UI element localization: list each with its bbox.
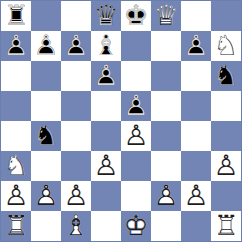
- white-pawn-glyph-outline: ♙: [1, 181, 31, 211]
- black-bishop-glyph-outline: ♗: [91, 31, 121, 61]
- square-a1[interactable]: ♜♖: [1, 211, 31, 241]
- white-pawn[interactable]: ♟♙: [61, 181, 91, 211]
- white-pawn[interactable]: ♟♙: [31, 181, 61, 211]
- white-knight[interactable]: ♞♘: [1, 151, 31, 181]
- square-g2[interactable]: ♟♙: [181, 181, 211, 211]
- square-d6[interactable]: ♟♙: [91, 61, 121, 91]
- black-pawn[interactable]: ♟♙: [1, 31, 31, 61]
- black-pawn-glyph-outline: ♙: [91, 61, 121, 91]
- square-c3[interactable]: [61, 151, 91, 181]
- square-a7[interactable]: ♟♙: [1, 31, 31, 61]
- square-c6[interactable]: [61, 61, 91, 91]
- black-king[interactable]: ♚♔: [121, 1, 151, 31]
- square-d1[interactable]: [91, 211, 121, 241]
- black-queen[interactable]: ♛♕: [91, 1, 121, 31]
- white-pawn[interactable]: ♟♙: [1, 181, 31, 211]
- square-c1[interactable]: ♝♗: [61, 211, 91, 241]
- square-a4[interactable]: [1, 121, 31, 151]
- square-g1[interactable]: [181, 211, 211, 241]
- square-h7[interactable]: ♞♘: [211, 31, 241, 61]
- square-b8[interactable]: [31, 1, 61, 31]
- square-f7[interactable]: [151, 31, 181, 61]
- chess-board: ♜♖♛♕♚♔♛♕♟♙♟♙♟♙♝♗♟♙♞♘♟♙♞♘♟♙♞♘♟♙♞♘♟♙♟♙♟♙♟♙…: [0, 0, 242, 242]
- square-e4[interactable]: ♟♙: [121, 121, 151, 151]
- black-queen-glyph-outline: ♕: [91, 1, 121, 31]
- square-e8[interactable]: ♚♔: [121, 1, 151, 31]
- square-h6[interactable]: ♞♘: [211, 61, 241, 91]
- white-knight-glyph-outline: ♘: [211, 31, 241, 61]
- white-pawn[interactable]: ♟♙: [181, 181, 211, 211]
- black-rook-glyph-outline: ♖: [1, 1, 31, 31]
- square-e2[interactable]: [121, 181, 151, 211]
- black-pawn[interactable]: ♟♙: [61, 31, 91, 61]
- square-h1[interactable]: ♜♖: [211, 211, 241, 241]
- square-b6[interactable]: [31, 61, 61, 91]
- black-rook[interactable]: ♜♖: [1, 1, 31, 31]
- square-d7[interactable]: ♝♗: [91, 31, 121, 61]
- square-e1[interactable]: ♚♔: [121, 211, 151, 241]
- square-h5[interactable]: [211, 91, 241, 121]
- square-d4[interactable]: [91, 121, 121, 151]
- white-bishop[interactable]: ♝♗: [61, 211, 91, 241]
- white-pawn-glyph-outline: ♙: [121, 121, 151, 151]
- square-e7[interactable]: [121, 31, 151, 61]
- square-d8[interactable]: ♛♕: [91, 1, 121, 31]
- black-bishop[interactable]: ♝♗: [91, 31, 121, 61]
- square-b5[interactable]: [31, 91, 61, 121]
- black-pawn[interactable]: ♟♙: [91, 61, 121, 91]
- square-f5[interactable]: [151, 91, 181, 121]
- white-rook-glyph-outline: ♖: [1, 211, 31, 241]
- square-h4[interactable]: [211, 121, 241, 151]
- square-a2[interactable]: ♟♙: [1, 181, 31, 211]
- square-g5[interactable]: [181, 91, 211, 121]
- square-b1[interactable]: [31, 211, 61, 241]
- white-king[interactable]: ♚♔: [121, 211, 151, 241]
- white-rook[interactable]: ♜♖: [211, 211, 241, 241]
- square-b4[interactable]: ♞♘: [31, 121, 61, 151]
- square-e3[interactable]: [121, 151, 151, 181]
- white-pawn-glyph-outline: ♙: [151, 181, 181, 211]
- black-pawn[interactable]: ♟♙: [181, 31, 211, 61]
- white-pawn-glyph-outline: ♙: [91, 151, 121, 181]
- square-h2[interactable]: [211, 181, 241, 211]
- square-b7[interactable]: ♟♙: [31, 31, 61, 61]
- black-pawn-glyph-outline: ♙: [1, 31, 31, 61]
- square-g4[interactable]: [181, 121, 211, 151]
- square-g7[interactable]: ♟♙: [181, 31, 211, 61]
- black-pawn-glyph-outline: ♙: [31, 31, 61, 61]
- white-queen[interactable]: ♛♕: [151, 1, 181, 31]
- square-e5[interactable]: ♟♙: [121, 91, 151, 121]
- black-knight-glyph-outline: ♘: [31, 121, 61, 151]
- square-c7[interactable]: ♟♙: [61, 31, 91, 61]
- black-pawn-glyph-outline: ♙: [181, 31, 211, 61]
- white-pawn-glyph-outline: ♙: [181, 181, 211, 211]
- white-pawn-glyph-outline: ♙: [31, 181, 61, 211]
- white-pawn-glyph-outline: ♙: [211, 151, 241, 181]
- square-e6[interactable]: [121, 61, 151, 91]
- square-d5[interactable]: [91, 91, 121, 121]
- square-b3[interactable]: [31, 151, 61, 181]
- white-rook-glyph-outline: ♖: [211, 211, 241, 241]
- square-h3[interactable]: ♟♙: [211, 151, 241, 181]
- black-knight-glyph-outline: ♘: [211, 61, 241, 91]
- white-pawn[interactable]: ♟♙: [151, 181, 181, 211]
- black-king-glyph-outline: ♔: [121, 1, 151, 31]
- white-bishop-glyph-outline: ♗: [61, 211, 91, 241]
- white-pawn-glyph-outline: ♙: [61, 181, 91, 211]
- white-knight-glyph-outline: ♘: [1, 151, 31, 181]
- square-h8[interactable]: [211, 1, 241, 31]
- square-a3[interactable]: ♞♘: [1, 151, 31, 181]
- square-d2[interactable]: [91, 181, 121, 211]
- square-g3[interactable]: [181, 151, 211, 181]
- square-f4[interactable]: [151, 121, 181, 151]
- black-pawn-glyph-outline: ♙: [61, 31, 91, 61]
- white-pawn[interactable]: ♟♙: [121, 121, 151, 151]
- black-pawn[interactable]: ♟♙: [31, 31, 61, 61]
- square-c5[interactable]: [61, 91, 91, 121]
- square-f1[interactable]: [151, 211, 181, 241]
- square-b2[interactable]: ♟♙: [31, 181, 61, 211]
- square-f2[interactable]: ♟♙: [151, 181, 181, 211]
- square-f6[interactable]: [151, 61, 181, 91]
- square-f3[interactable]: [151, 151, 181, 181]
- square-c4[interactable]: [61, 121, 91, 151]
- square-a8[interactable]: ♜♖: [1, 1, 31, 31]
- square-g6[interactable]: [181, 61, 211, 91]
- black-pawn-glyph-outline: ♙: [121, 91, 151, 121]
- square-c8[interactable]: [61, 1, 91, 31]
- white-king-glyph-outline: ♔: [121, 211, 151, 241]
- black-pawn[interactable]: ♟♙: [121, 91, 151, 121]
- square-d3[interactable]: ♟♙: [91, 151, 121, 181]
- white-knight[interactable]: ♞♘: [211, 31, 241, 61]
- square-a5[interactable]: [1, 91, 31, 121]
- black-knight[interactable]: ♞♘: [211, 61, 241, 91]
- white-queen-glyph-outline: ♕: [151, 1, 181, 31]
- white-pawn[interactable]: ♟♙: [211, 151, 241, 181]
- white-rook[interactable]: ♜♖: [1, 211, 31, 241]
- square-c2[interactable]: ♟♙: [61, 181, 91, 211]
- square-a6[interactable]: [1, 61, 31, 91]
- white-pawn[interactable]: ♟♙: [91, 151, 121, 181]
- square-f8[interactable]: ♛♕: [151, 1, 181, 31]
- square-g8[interactable]: [181, 1, 211, 31]
- black-knight[interactable]: ♞♘: [31, 121, 61, 151]
